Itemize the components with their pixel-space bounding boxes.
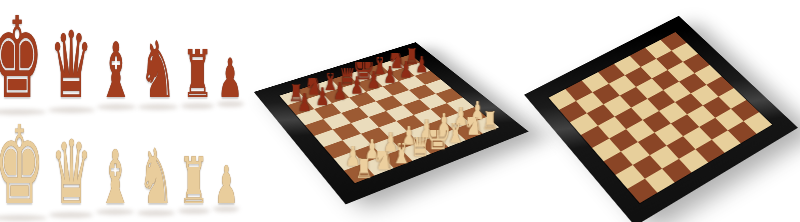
- pawn-glyph: ♟: [315, 87, 329, 107]
- piece-red-pawn: ♟: [380, 66, 399, 85]
- pawn-glyph: ♟: [383, 66, 396, 85]
- pawn-glyph: ♟: [415, 56, 428, 75]
- photo-red-sandalwood-lineup: ♚♛♝♞♜♟: [2, 2, 232, 104]
- piece-red-pawn: ♟: [364, 71, 383, 90]
- pawn-glyph: ♟: [333, 82, 347, 102]
- lineup-piece-pawn: ♟: [203, 159, 250, 211]
- photo-boxwood-lineup: ♚♛♝♞♜♟: [0, 112, 232, 216]
- pieces-layer: ♜♞♝♛♚♝♞♜♟♟♟♟♟♟♟♟♟♟♟♟♟♟♟♟♜♞♝♛♚♝♞♜: [279, 54, 499, 183]
- piece-red-pawn: ♟: [294, 93, 314, 113]
- empty-chess-board: [524, 16, 798, 222]
- chess-board-start-position: ♜♞♝♛♚♝♞♜♟♟♟♟♟♟♟♟♟♟♟♟♟♟♟♟♜♞♝♛♚♝♞♜: [254, 42, 529, 204]
- piece-boxwood-rook: ♜: [352, 158, 375, 181]
- photo-chess-set-on-board: ♜♞♝♛♚♝♞♜♟♟♟♟♟♟♟♟♟♟♟♟♟♟♟♟♜♞♝♛♚♝♞♜: [246, 8, 526, 214]
- piece-boxwood-knight: ♞: [372, 151, 394, 173]
- pawn-glyph: ♟: [367, 71, 380, 90]
- board-grid: [549, 32, 773, 203]
- pawn-glyph: ♟: [218, 52, 243, 106]
- piece-red-pawn: ♟: [330, 82, 350, 102]
- piece-red-pawn: ♟: [312, 87, 332, 107]
- knight-glyph: ♞: [372, 141, 394, 173]
- rook-glyph: ♜: [354, 153, 373, 180]
- chess-products-collage: ♚♛♝♞♜♟ ♚♛♝♞♜♟ ♜♞♝♛♚♝♞♜♟♟♟♟♟♟♟♟♟♟♟♟♟♟♟♟♜♞…: [0, 0, 800, 222]
- pawn-glyph: ♟: [399, 61, 412, 80]
- pawn-glyph: ♟: [350, 76, 363, 95]
- pawn-glyph: ♟: [214, 159, 238, 211]
- pawn-glyph: ♟: [297, 93, 311, 113]
- rook-glyph: ♜: [481, 107, 498, 132]
- piece-red-pawn: ♟: [347, 76, 366, 95]
- bishop-glyph: ♝: [391, 135, 412, 166]
- photo-empty-chess-board: [518, 0, 800, 222]
